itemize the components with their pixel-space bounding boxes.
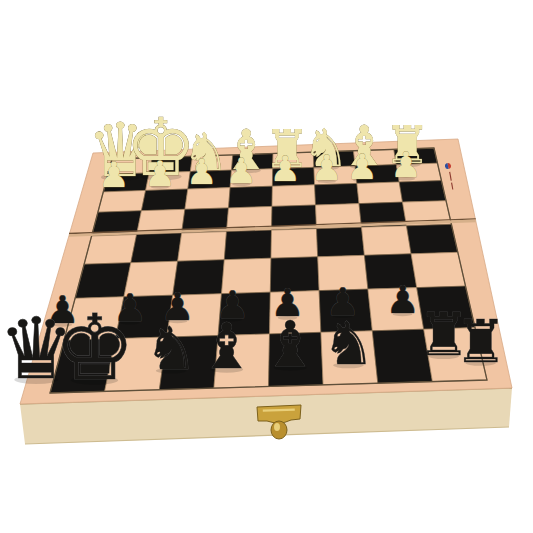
black-rook: ♜ [454, 307, 507, 376]
black-bishop: ♝ [199, 310, 255, 383]
white-pawn: ♟ [144, 154, 175, 194]
black-knight: ♞ [145, 314, 198, 383]
square-e5 [224, 230, 271, 260]
square-d5 [271, 229, 318, 259]
square-g5 [131, 233, 182, 263]
white-pawn: ♟ [186, 152, 217, 192]
black-knight: ♞ [322, 309, 375, 378]
chess-board: ♛♚♞♝♜♞♝♜♟♟♟♟♟♟♟♟♟♟♟♟♟♟♟♛♚♞♝♝♞♜♜ [0, 0, 533, 533]
white-pawn: ♟ [311, 148, 342, 188]
white-pawn: ♟ [226, 151, 257, 191]
square-b5 [362, 226, 412, 256]
white-pawn: ♟ [390, 145, 421, 185]
white-pawn: ♟ [269, 149, 300, 189]
white-pawn: ♟ [347, 147, 378, 187]
white-pawn: ♟ [98, 155, 129, 195]
black-pawn: ♟ [385, 278, 419, 322]
square-c5 [317, 227, 365, 257]
black-bishop: ♝ [262, 308, 318, 381]
black-king: ♚ [54, 295, 135, 400]
product-photo: ♛♚♞♝♜♞♝♜♟♟♟♟♟♟♟♟♟♟♟♟♟♟♟♛♚♞♝♝♞♜♜ [0, 0, 533, 533]
square-a5 [407, 224, 458, 254]
square-f5 [178, 232, 227, 262]
square-h5 [84, 235, 137, 265]
